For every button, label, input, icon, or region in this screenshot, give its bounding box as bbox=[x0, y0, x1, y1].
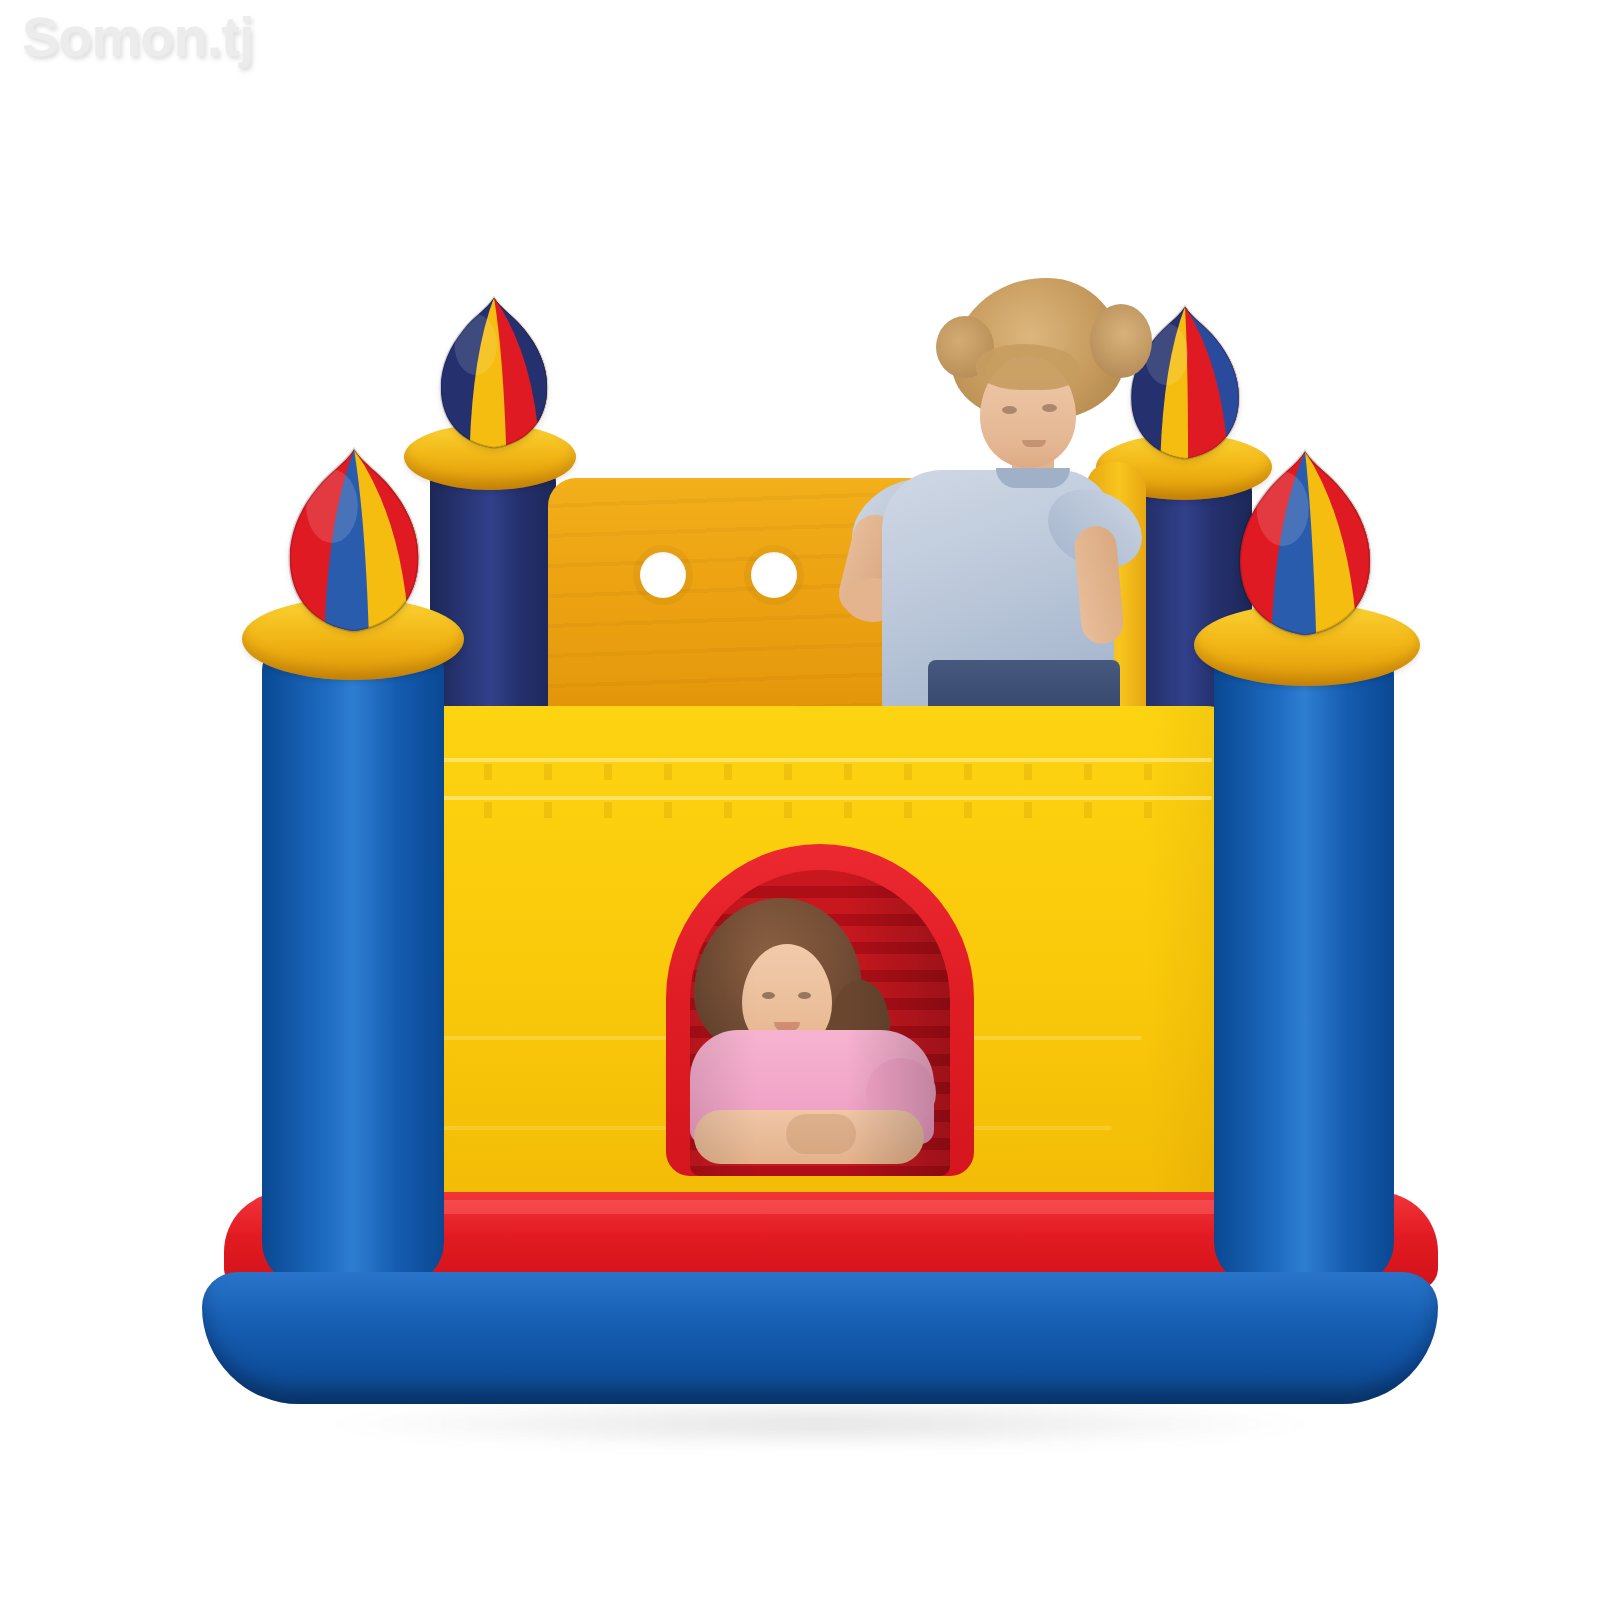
front-wall-groove bbox=[412, 758, 1212, 762]
doorway-shadow bbox=[690, 870, 950, 1176]
boy-right-eye bbox=[1042, 404, 1057, 412]
ground-shadow bbox=[320, 1398, 1320, 1450]
striped-onion-dome-icon bbox=[1212, 444, 1398, 648]
boy-mouth bbox=[1022, 440, 1046, 447]
watermark: Somon.tj bbox=[22, 4, 254, 69]
striped-onion-dome-icon bbox=[262, 442, 446, 644]
striped-onion-dome-icon bbox=[418, 290, 570, 460]
floor-ring-highlight bbox=[297, 1200, 1365, 1214]
front-wall-groove bbox=[412, 796, 1212, 800]
porthole-2 bbox=[751, 552, 797, 598]
porthole-1 bbox=[640, 552, 686, 598]
base-tube bbox=[202, 1272, 1438, 1404]
front-wall-emboss-row bbox=[432, 764, 1192, 780]
boy-hair-curl-right bbox=[1090, 304, 1152, 378]
boy-hair-fringe bbox=[976, 344, 1080, 390]
boy-left-eye bbox=[1002, 406, 1017, 414]
front-left-dome bbox=[262, 442, 446, 644]
boy-tshirt-collar bbox=[996, 468, 1070, 488]
doorway-interior bbox=[690, 870, 950, 1176]
boy-figure bbox=[840, 278, 1130, 714]
front-left-tower bbox=[262, 646, 444, 1286]
front-right-tower bbox=[1214, 650, 1394, 1286]
product-photo: Somon.tj bbox=[0, 0, 1600, 1600]
rear-left-dome bbox=[418, 290, 570, 460]
front-wall-emboss-row bbox=[432, 802, 1192, 818]
front-right-dome bbox=[1212, 444, 1398, 648]
